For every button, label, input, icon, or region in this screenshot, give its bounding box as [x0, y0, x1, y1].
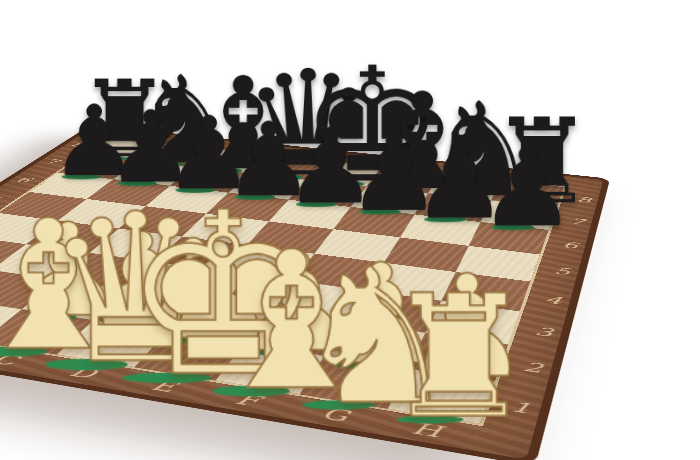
piece-black-pawn-f7: ♟	[347, 120, 413, 214]
piece-black-pawn-h7: ♟	[479, 133, 547, 230]
chess-set-photo: ♜♞♝♛♚♝♞♜♟♟♟♟♟♟♟♟♟♟♟♟♟♟♟♟♜♞♝♛♚♝♞♜ ABCDEFG…	[0, 0, 700, 460]
rank-label-right-5: 5	[550, 257, 574, 286]
rank-label-right-4: 4	[541, 284, 567, 316]
piece-white-bishop-f1: ♝	[206, 226, 296, 396]
piece-black-pawn-a7: ♟	[51, 92, 112, 179]
square-h1: ♜	[388, 369, 495, 424]
piece-black-pawn-g7: ♟	[412, 127, 479, 222]
piece-white-queen-d1: ♛	[43, 187, 130, 370]
piece-white-rook-h1: ♜	[383, 274, 477, 424]
rank-label-right-6: 6	[559, 232, 581, 259]
piece-white-knight-g1: ♞	[293, 244, 385, 410]
piece-white-king-e1: ♚	[122, 183, 210, 383]
square-h7: ♟	[480, 200, 556, 230]
chess-board: ♜♞♝♛♚♝♞♜♟♟♟♟♟♟♟♟♟♟♟♟♟♟♟♟♜♞♝♛♚♝♞♜ ABCDEFG…	[0, 125, 610, 460]
